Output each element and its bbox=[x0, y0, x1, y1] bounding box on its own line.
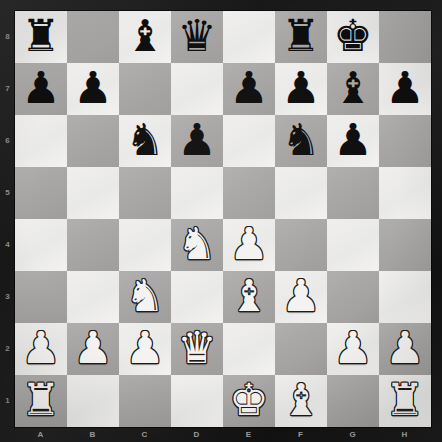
square-h4[interactable] bbox=[379, 219, 431, 271]
piece-white-bishop-f1[interactable]: ♝ bbox=[275, 375, 327, 427]
square-h8[interactable] bbox=[379, 11, 431, 63]
square-f4[interactable] bbox=[275, 219, 327, 271]
square-e5[interactable] bbox=[223, 167, 275, 219]
piece-white-rook-a1[interactable]: ♜ bbox=[15, 375, 67, 427]
square-h3[interactable] bbox=[379, 271, 431, 323]
piece-black-pawn-b7[interactable]: ♟ bbox=[67, 63, 119, 115]
piece-black-king-g8[interactable]: ♚ bbox=[327, 11, 379, 63]
square-a5[interactable] bbox=[15, 167, 67, 219]
square-f8[interactable]: ♜ bbox=[275, 11, 327, 63]
rank-label-5: 5 bbox=[0, 167, 15, 219]
square-g5[interactable] bbox=[327, 167, 379, 219]
square-a2[interactable]: ♟ bbox=[15, 323, 67, 375]
square-g3[interactable] bbox=[327, 271, 379, 323]
square-e3[interactable]: ♝ bbox=[223, 271, 275, 323]
piece-white-knight-c3[interactable]: ♞ bbox=[119, 271, 171, 323]
piece-white-pawn-f3[interactable]: ♟ bbox=[275, 271, 327, 323]
file-label-c: C bbox=[119, 428, 171, 442]
rank-label-1: 1 bbox=[0, 375, 15, 427]
piece-black-pawn-f7[interactable]: ♟ bbox=[275, 63, 327, 115]
square-g8[interactable]: ♚ bbox=[327, 11, 379, 63]
square-h1[interactable]: ♜ bbox=[379, 375, 431, 427]
square-a1[interactable]: ♜ bbox=[15, 375, 67, 427]
rank-label-7: 7 bbox=[0, 63, 15, 115]
square-e2[interactable] bbox=[223, 323, 275, 375]
piece-black-queen-d8[interactable]: ♛ bbox=[171, 11, 223, 63]
rank-label-6: 6 bbox=[0, 115, 15, 167]
piece-white-pawn-c2[interactable]: ♟ bbox=[119, 323, 171, 375]
piece-black-knight-c6[interactable]: ♞ bbox=[119, 115, 171, 167]
file-label-h: H bbox=[379, 428, 431, 442]
square-f3[interactable]: ♟ bbox=[275, 271, 327, 323]
square-h7[interactable]: ♟ bbox=[379, 63, 431, 115]
square-d5[interactable] bbox=[171, 167, 223, 219]
piece-black-pawn-e7[interactable]: ♟ bbox=[223, 63, 275, 115]
square-c4[interactable] bbox=[119, 219, 171, 271]
piece-black-rook-f8[interactable]: ♜ bbox=[275, 11, 327, 63]
square-h6[interactable] bbox=[379, 115, 431, 167]
file-label-g: G bbox=[327, 428, 379, 442]
square-f5[interactable] bbox=[275, 167, 327, 219]
chess-board-frame: ♜♝♛♜♚♟♟♟♟♝♟♞♟♞♟♞♟♞♝♟♟♟♟♛♟♟♜♚♝♜ 87654321 … bbox=[0, 0, 442, 442]
square-d1[interactable] bbox=[171, 375, 223, 427]
piece-white-pawn-a2[interactable]: ♟ bbox=[15, 323, 67, 375]
square-g6[interactable]: ♟ bbox=[327, 115, 379, 167]
square-d6[interactable]: ♟ bbox=[171, 115, 223, 167]
square-c3[interactable]: ♞ bbox=[119, 271, 171, 323]
square-d2[interactable]: ♛ bbox=[171, 323, 223, 375]
square-b1[interactable] bbox=[67, 375, 119, 427]
piece-black-pawn-d6[interactable]: ♟ bbox=[171, 115, 223, 167]
square-c7[interactable] bbox=[119, 63, 171, 115]
piece-black-bishop-c8[interactable]: ♝ bbox=[119, 11, 171, 63]
square-b8[interactable] bbox=[67, 11, 119, 63]
square-b3[interactable] bbox=[67, 271, 119, 323]
square-a4[interactable] bbox=[15, 219, 67, 271]
square-d7[interactable] bbox=[171, 63, 223, 115]
square-e4[interactable]: ♟ bbox=[223, 219, 275, 271]
piece-black-pawn-h7[interactable]: ♟ bbox=[379, 63, 431, 115]
square-h5[interactable] bbox=[379, 167, 431, 219]
piece-black-pawn-a7[interactable]: ♟ bbox=[15, 63, 67, 115]
square-c6[interactable]: ♞ bbox=[119, 115, 171, 167]
square-f6[interactable]: ♞ bbox=[275, 115, 327, 167]
piece-white-king-e1[interactable]: ♚ bbox=[223, 375, 275, 427]
square-b7[interactable]: ♟ bbox=[67, 63, 119, 115]
piece-white-queen-d2[interactable]: ♛ bbox=[171, 323, 223, 375]
piece-black-rook-a8[interactable]: ♜ bbox=[15, 11, 67, 63]
rank-label-8: 8 bbox=[0, 11, 15, 63]
square-e7[interactable]: ♟ bbox=[223, 63, 275, 115]
square-f1[interactable]: ♝ bbox=[275, 375, 327, 427]
rank-label-3: 3 bbox=[0, 271, 15, 323]
file-label-f: F bbox=[275, 428, 327, 442]
square-f2[interactable] bbox=[275, 323, 327, 375]
square-d8[interactable]: ♛ bbox=[171, 11, 223, 63]
square-d4[interactable]: ♞ bbox=[171, 219, 223, 271]
square-h2[interactable]: ♟ bbox=[379, 323, 431, 375]
piece-white-pawn-e4[interactable]: ♟ bbox=[223, 219, 275, 271]
square-b6[interactable] bbox=[67, 115, 119, 167]
piece-white-pawn-h2[interactable]: ♟ bbox=[379, 323, 431, 375]
square-g1[interactable] bbox=[327, 375, 379, 427]
square-b4[interactable] bbox=[67, 219, 119, 271]
piece-black-bishop-g7[interactable]: ♝ bbox=[327, 63, 379, 115]
piece-white-pawn-g2[interactable]: ♟ bbox=[327, 323, 379, 375]
square-a7[interactable]: ♟ bbox=[15, 63, 67, 115]
chess-board: ♜♝♛♜♚♟♟♟♟♝♟♞♟♞♟♞♟♞♝♟♟♟♟♛♟♟♜♚♝♜ bbox=[15, 11, 431, 427]
piece-black-pawn-g6[interactable]: ♟ bbox=[327, 115, 379, 167]
square-e1[interactable]: ♚ bbox=[223, 375, 275, 427]
square-b2[interactable]: ♟ bbox=[67, 323, 119, 375]
square-e8[interactable] bbox=[223, 11, 275, 63]
piece-white-knight-d4[interactable]: ♞ bbox=[171, 219, 223, 271]
rank-label-4: 4 bbox=[0, 219, 15, 271]
file-label-d: D bbox=[171, 428, 223, 442]
piece-white-pawn-b2[interactable]: ♟ bbox=[67, 323, 119, 375]
piece-black-knight-f6[interactable]: ♞ bbox=[275, 115, 327, 167]
square-a8[interactable]: ♜ bbox=[15, 11, 67, 63]
piece-white-rook-h1[interactable]: ♜ bbox=[379, 375, 431, 427]
file-label-b: B bbox=[67, 428, 119, 442]
square-a3[interactable] bbox=[15, 271, 67, 323]
rank-label-2: 2 bbox=[0, 323, 15, 375]
square-g2[interactable]: ♟ bbox=[327, 323, 379, 375]
square-g7[interactable]: ♝ bbox=[327, 63, 379, 115]
square-c5[interactable] bbox=[119, 167, 171, 219]
square-e6[interactable] bbox=[223, 115, 275, 167]
square-f7[interactable]: ♟ bbox=[275, 63, 327, 115]
square-c8[interactable]: ♝ bbox=[119, 11, 171, 63]
file-label-e: E bbox=[223, 428, 275, 442]
square-d3[interactable] bbox=[171, 271, 223, 323]
square-a6[interactable] bbox=[15, 115, 67, 167]
file-label-a: A bbox=[15, 428, 67, 442]
piece-white-bishop-e3[interactable]: ♝ bbox=[223, 271, 275, 323]
square-g4[interactable] bbox=[327, 219, 379, 271]
square-b5[interactable] bbox=[67, 167, 119, 219]
square-c2[interactable]: ♟ bbox=[119, 323, 171, 375]
square-c1[interactable] bbox=[119, 375, 171, 427]
